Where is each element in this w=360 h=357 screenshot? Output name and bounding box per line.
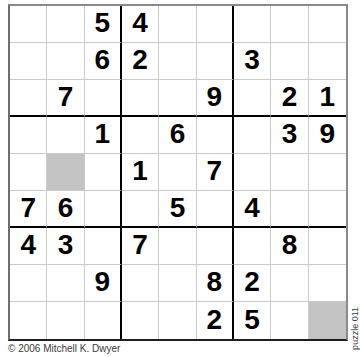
cell-r5c9[interactable] (309, 154, 346, 191)
cell-r3c6[interactable]: 9 (197, 80, 234, 117)
cell-r1c1[interactable] (10, 6, 47, 43)
cell-r5c5[interactable] (159, 154, 196, 191)
cell-r4c6[interactable] (197, 117, 234, 154)
cell-r2c2[interactable] (47, 43, 84, 80)
cell-r9c9[interactable] (309, 302, 346, 339)
cell-r9c5[interactable] (159, 302, 196, 339)
cell-r1c5[interactable] (159, 6, 196, 43)
cell-r6c1[interactable]: 7 (10, 191, 47, 228)
cell-r5c1[interactable] (10, 154, 47, 191)
cell-r2c4[interactable]: 2 (122, 43, 159, 80)
cell-r3c7[interactable] (234, 80, 271, 117)
cell-r3c3[interactable] (85, 80, 122, 117)
cell-r3c8[interactable]: 2 (271, 80, 308, 117)
sudoku-grid: 5462379211639177654437898225 (8, 4, 348, 341)
cell-r8c6[interactable]: 8 (197, 265, 234, 302)
cell-r5c3[interactable] (85, 154, 122, 191)
cell-r8c8[interactable] (271, 265, 308, 302)
cell-r1c4[interactable]: 4 (122, 6, 159, 43)
cell-r4c4[interactable] (122, 117, 159, 154)
cell-r5c2[interactable] (47, 154, 84, 191)
cell-r7c8[interactable]: 8 (271, 228, 308, 265)
cell-r3c1[interactable] (10, 80, 47, 117)
cell-r7c4[interactable]: 7 (122, 228, 159, 265)
cell-r2c1[interactable] (10, 43, 47, 80)
cell-r2c3[interactable]: 6 (85, 43, 122, 80)
cell-r4c9[interactable]: 9 (309, 117, 346, 154)
cell-r1c6[interactable] (197, 6, 234, 43)
cell-r2c8[interactable] (271, 43, 308, 80)
cell-r8c3[interactable]: 9 (85, 265, 122, 302)
cell-r6c6[interactable] (197, 191, 234, 228)
cell-r8c1[interactable] (10, 265, 47, 302)
cell-r6c4[interactable] (122, 191, 159, 228)
cell-r6c5[interactable]: 5 (159, 191, 196, 228)
cell-r1c9[interactable] (309, 6, 346, 43)
cell-r2c6[interactable] (197, 43, 234, 80)
cell-r8c5[interactable] (159, 265, 196, 302)
cell-r4c8[interactable]: 3 (271, 117, 308, 154)
cell-r9c6[interactable]: 2 (197, 302, 234, 339)
cell-r7c1[interactable]: 4 (10, 228, 47, 265)
cell-r9c4[interactable] (122, 302, 159, 339)
cell-r7c7[interactable] (234, 228, 271, 265)
sudoku-puzzle-page: 5462379211639177654437898225 © 2006 Mitc… (0, 0, 360, 357)
cell-r9c1[interactable] (10, 302, 47, 339)
cell-r7c9[interactable] (309, 228, 346, 265)
cell-r8c7[interactable]: 2 (234, 265, 271, 302)
copyright-text: © 2006 Mitchell K. Dwyer (8, 343, 120, 354)
cell-r6c7[interactable]: 4 (234, 191, 271, 228)
cell-r1c8[interactable] (271, 6, 308, 43)
cell-r9c7[interactable]: 5 (234, 302, 271, 339)
cell-r1c7[interactable] (234, 6, 271, 43)
cell-r5c7[interactable] (234, 154, 271, 191)
cell-r6c3[interactable] (85, 191, 122, 228)
cell-r4c2[interactable] (47, 117, 84, 154)
cell-r8c4[interactable] (122, 265, 159, 302)
cell-r2c5[interactable] (159, 43, 196, 80)
cell-r1c3[interactable]: 5 (85, 6, 122, 43)
cell-r3c5[interactable] (159, 80, 196, 117)
cell-r3c2[interactable]: 7 (47, 80, 84, 117)
cell-r2c7[interactable]: 3 (234, 43, 271, 80)
cell-r9c8[interactable] (271, 302, 308, 339)
cell-r7c2[interactable]: 3 (47, 228, 84, 265)
cell-r6c8[interactable] (271, 191, 308, 228)
cell-r8c2[interactable] (47, 265, 84, 302)
cell-r7c5[interactable] (159, 228, 196, 265)
cell-r3c9[interactable]: 1 (309, 80, 346, 117)
cell-r8c9[interactable] (309, 265, 346, 302)
cell-r3c4[interactable] (122, 80, 159, 117)
cell-r7c6[interactable] (197, 228, 234, 265)
cell-r4c7[interactable] (234, 117, 271, 154)
cell-r5c6[interactable]: 7 (197, 154, 234, 191)
cell-r1c2[interactable] (47, 6, 84, 43)
cell-r6c2[interactable]: 6 (47, 191, 84, 228)
cell-r4c5[interactable]: 6 (159, 117, 196, 154)
cell-r9c2[interactable] (47, 302, 84, 339)
cell-r9c3[interactable] (85, 302, 122, 339)
cell-r4c3[interactable]: 1 (85, 117, 122, 154)
cell-r7c3[interactable] (85, 228, 122, 265)
cell-r5c8[interactable] (271, 154, 308, 191)
puzzle-number-label: puzzle 011 (350, 307, 360, 350)
cell-r5c4[interactable]: 1 (122, 154, 159, 191)
cell-r2c9[interactable] (309, 43, 346, 80)
cell-r4c1[interactable] (10, 117, 47, 154)
cell-r6c9[interactable] (309, 191, 346, 228)
